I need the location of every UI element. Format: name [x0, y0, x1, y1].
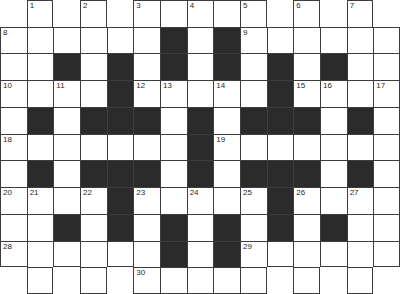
cell-r3c13 [320, 53, 347, 80]
cell-r11c1 [0, 267, 27, 294]
cell-r3c12[interactable] [293, 53, 320, 80]
clue-number-15: 15 [296, 81, 305, 91]
cell-r2c9 [213, 27, 240, 54]
cell-r8c9[interactable] [213, 187, 240, 214]
clue-number-25: 25 [243, 188, 252, 198]
cell-r5c10 [240, 107, 267, 134]
clue-number-26: 26 [296, 188, 305, 198]
cell-r5c14 [347, 107, 374, 134]
cell-r3c14[interactable] [347, 53, 374, 80]
cell-r8c4[interactable]: 22 [80, 187, 107, 214]
cell-r9c8[interactable] [187, 214, 214, 241]
cell-r9c2[interactable] [27, 214, 54, 241]
clue-number-19: 19 [216, 135, 225, 145]
cell-r10c15[interactable] [373, 241, 400, 268]
cell-r8c1[interactable]: 20 [0, 187, 27, 214]
cell-r2c14[interactable] [347, 27, 374, 54]
cell-r11c8[interactable] [187, 267, 214, 294]
clue-number-29: 29 [243, 242, 252, 252]
cell-r9c5 [107, 214, 134, 241]
cell-r5c12 [293, 107, 320, 134]
cell-r11c13 [320, 267, 347, 294]
cell-r7c4 [80, 160, 107, 187]
cell-r4c1[interactable]: 10 [0, 80, 27, 107]
cell-r4c9[interactable]: 14 [213, 80, 240, 107]
cell-r1c15 [373, 0, 400, 27]
cell-r10c8[interactable] [187, 241, 214, 268]
cell-r6c6[interactable] [133, 134, 160, 161]
cell-r8c5 [107, 187, 134, 214]
cell-r5c1[interactable] [0, 107, 27, 134]
cell-r10c4[interactable] [80, 241, 107, 268]
cell-r2c11[interactable] [267, 27, 294, 54]
cell-r3c15[interactable] [373, 53, 400, 80]
clue-number-24: 24 [190, 188, 199, 198]
cell-r4c7[interactable]: 13 [160, 80, 187, 107]
clue-number-21: 21 [30, 188, 39, 198]
cell-r1c11 [267, 0, 294, 27]
cell-r2c4[interactable] [80, 27, 107, 54]
cell-r6c9[interactable]: 19 [213, 134, 240, 161]
clue-number-11: 11 [56, 81, 64, 91]
cell-r11c12[interactable] [293, 267, 320, 294]
clue-number-7: 7 [350, 1, 354, 11]
cell-r7c13[interactable] [320, 160, 347, 187]
cell-r10c2[interactable] [27, 241, 54, 268]
cell-r8c14[interactable]: 27 [347, 187, 374, 214]
clue-number-23: 23 [136, 188, 145, 198]
cell-r11c4[interactable] [80, 267, 107, 294]
cell-r5c4 [80, 107, 107, 134]
cell-r1c1 [0, 0, 27, 27]
cell-r2c13[interactable] [320, 27, 347, 54]
cell-r5c7[interactable] [160, 107, 187, 134]
cell-r6c8 [187, 134, 214, 161]
clue-number-17: 17 [376, 81, 385, 91]
cell-r2c6[interactable] [133, 27, 160, 54]
cell-r10c9 [213, 241, 240, 268]
cell-r9c1[interactable] [0, 214, 27, 241]
cell-r5c2 [27, 107, 54, 134]
clue-number-12: 12 [136, 81, 145, 91]
clue-number-13: 13 [163, 81, 172, 91]
cell-r9c9 [213, 214, 240, 241]
cell-r11c15 [373, 267, 400, 294]
cell-r10c7 [160, 241, 187, 268]
cell-r10c1[interactable]: 28 [0, 241, 27, 268]
cell-r9c10[interactable] [240, 214, 267, 241]
cell-r9c11 [267, 214, 294, 241]
cell-r5c11 [267, 107, 294, 134]
cell-r4c11 [267, 80, 294, 107]
cell-r1c7[interactable] [160, 0, 187, 27]
clue-number-22: 22 [83, 188, 92, 198]
cell-r2c1[interactable]: 8 [0, 27, 27, 54]
cell-r6c1[interactable]: 18 [0, 134, 27, 161]
cell-r4c12[interactable]: 15 [293, 80, 320, 107]
clue-number-30: 30 [136, 268, 145, 278]
cell-r7c9[interactable] [213, 160, 240, 187]
cell-r10c12[interactable] [293, 241, 320, 268]
cell-r11c9[interactable] [213, 267, 240, 294]
cell-r1c5 [107, 0, 134, 27]
cell-r11c7[interactable] [160, 267, 187, 294]
cell-r6c13[interactable] [320, 134, 347, 161]
cell-r4c4[interactable] [80, 80, 107, 107]
cell-r7c10 [240, 160, 267, 187]
cell-r1c6[interactable]: 3 [133, 0, 160, 27]
cell-r11c5 [107, 267, 134, 294]
clue-number-18: 18 [3, 135, 12, 145]
clue-number-1: 1 [30, 1, 34, 11]
cell-r9c6[interactable] [133, 214, 160, 241]
cell-r1c10[interactable]: 5 [240, 0, 267, 27]
cell-r1c8[interactable]: 4 [187, 0, 214, 27]
cell-r6c15[interactable] [373, 134, 400, 161]
cell-r1c2[interactable]: 1 [27, 0, 54, 27]
cell-r5c5 [107, 107, 134, 134]
clue-number-6: 6 [296, 1, 300, 11]
cell-r11c10[interactable] [240, 267, 267, 294]
cell-r3c9 [213, 53, 240, 80]
cell-r7c12 [293, 160, 320, 187]
cell-r1c14[interactable]: 7 [347, 0, 374, 27]
cell-r6c12[interactable] [293, 134, 320, 161]
cell-r10c10[interactable]: 29 [240, 241, 267, 268]
cell-r8c10[interactable]: 25 [240, 187, 267, 214]
cell-r3c7 [160, 53, 187, 80]
cell-r6c4[interactable] [80, 134, 107, 161]
cell-r5c15[interactable] [373, 107, 400, 134]
cell-r7c5 [107, 160, 134, 187]
cell-r9c4[interactable] [80, 214, 107, 241]
clue-number-9: 9 [243, 28, 247, 38]
cell-r3c10[interactable] [240, 53, 267, 80]
cell-r11c3 [53, 267, 80, 294]
cell-r4c8[interactable] [187, 80, 214, 107]
cell-r9c15[interactable] [373, 214, 400, 241]
cell-r8c6[interactable]: 23 [133, 187, 160, 214]
cell-r2c5[interactable] [107, 27, 134, 54]
cell-r10c5[interactable] [107, 241, 134, 268]
clue-number-5: 5 [243, 1, 247, 11]
cell-r9c14[interactable] [347, 214, 374, 241]
crossword-board: 1234567891011121314151617181920212223242… [0, 0, 400, 294]
cell-r6c10[interactable] [240, 134, 267, 161]
cell-r10c11[interactable] [267, 241, 294, 268]
cell-r8c3[interactable] [53, 187, 80, 214]
cell-r6c7[interactable] [160, 134, 187, 161]
cell-r8c15[interactable] [373, 187, 400, 214]
clue-number-3: 3 [136, 1, 140, 11]
cell-r6c14[interactable] [347, 134, 374, 161]
cell-r3c8[interactable] [187, 53, 214, 80]
cell-r3c1[interactable] [0, 53, 27, 80]
cell-r7c8 [187, 160, 214, 187]
cell-r3c11 [267, 53, 294, 80]
cell-r10c14[interactable] [347, 241, 374, 268]
clue-number-20: 20 [3, 188, 12, 198]
cell-r5c8 [187, 107, 214, 134]
clue-number-28: 28 [3, 242, 12, 252]
cell-r9c12[interactable] [293, 214, 320, 241]
cell-r4c14[interactable] [347, 80, 374, 107]
cell-r1c13 [320, 0, 347, 27]
cell-r7c7[interactable] [160, 160, 187, 187]
cell-r11c11 [267, 267, 294, 294]
cell-r1c9[interactable] [213, 0, 240, 27]
cell-r3c3 [53, 53, 80, 80]
cell-r2c7 [160, 27, 187, 54]
cell-r2c12[interactable] [293, 27, 320, 54]
cell-r2c2[interactable] [27, 27, 54, 54]
cell-r9c13 [320, 214, 347, 241]
cell-r7c14 [347, 160, 374, 187]
cell-r7c2 [27, 160, 54, 187]
cell-r6c11[interactable] [267, 134, 294, 161]
cell-r10c3[interactable] [53, 241, 80, 268]
cell-r9c7 [160, 214, 187, 241]
cell-r7c6 [133, 160, 160, 187]
cell-r4c10[interactable] [240, 80, 267, 107]
cell-r8c8[interactable]: 24 [187, 187, 214, 214]
cell-r7c11 [267, 160, 294, 187]
clue-number-16: 16 [323, 81, 332, 91]
clue-number-10: 10 [3, 81, 12, 91]
cell-r8c11 [267, 187, 294, 214]
cell-r6c3[interactable] [53, 134, 80, 161]
cell-r5c13[interactable] [320, 107, 347, 134]
cell-r1c12[interactable]: 6 [293, 0, 320, 27]
cell-r1c3 [53, 0, 80, 27]
cell-r8c7[interactable] [160, 187, 187, 214]
cell-r11c2[interactable] [27, 267, 54, 294]
cell-r6c5[interactable] [107, 134, 134, 161]
cell-r7c15[interactable] [373, 160, 400, 187]
clue-number-4: 4 [190, 1, 194, 11]
cell-r7c3[interactable] [53, 160, 80, 187]
cell-r5c9[interactable] [213, 107, 240, 134]
cell-r2c3[interactable] [53, 27, 80, 54]
cell-r5c3[interactable] [53, 107, 80, 134]
cell-r3c2[interactable] [27, 53, 54, 80]
cell-r8c2[interactable]: 21 [27, 187, 54, 214]
clue-number-8: 8 [3, 28, 7, 38]
cell-r2c15[interactable] [373, 27, 400, 54]
cell-r4c6[interactable]: 12 [133, 80, 160, 107]
cell-r6c2[interactable] [27, 134, 54, 161]
cell-r8c12[interactable]: 26 [293, 187, 320, 214]
cell-r7c1[interactable] [0, 160, 27, 187]
cell-r11c14[interactable] [347, 267, 374, 294]
cell-r4c13[interactable]: 16 [320, 80, 347, 107]
cell-r10c6[interactable] [133, 241, 160, 268]
cell-r11c6[interactable]: 30 [133, 267, 160, 294]
cell-r3c5 [107, 53, 134, 80]
cell-r4c5 [107, 80, 134, 107]
cell-r5c6 [133, 107, 160, 134]
cell-r4c3[interactable]: 11 [53, 80, 80, 107]
cell-r2c8[interactable] [187, 27, 214, 54]
clue-number-2: 2 [83, 1, 87, 11]
cell-r1c4[interactable]: 2 [80, 0, 107, 27]
cell-r3c4[interactable] [80, 53, 107, 80]
cell-r4c2[interactable] [27, 80, 54, 107]
cell-r9c3 [53, 214, 80, 241]
cell-r10c13[interactable] [320, 241, 347, 268]
cell-r2c10[interactable]: 9 [240, 27, 267, 54]
cell-r3c6[interactable] [133, 53, 160, 80]
clue-number-27: 27 [350, 188, 359, 198]
clue-number-14: 14 [216, 81, 225, 91]
cell-r8c13[interactable] [320, 187, 347, 214]
cell-r4c15[interactable]: 17 [373, 80, 400, 107]
